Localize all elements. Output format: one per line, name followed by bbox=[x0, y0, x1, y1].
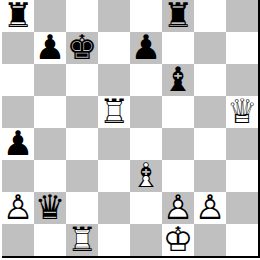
square-h2[interactable] bbox=[226, 192, 258, 224]
square-f1[interactable]: ♚♔ bbox=[162, 224, 194, 256]
white-pawn-g2: ♟♙ bbox=[194, 192, 226, 224]
chess-diagram: ♜♜♟♚♟♝♜♖♛♕♟♝♗♟♙♛♟♙♟♙♜♖♚♔ bbox=[0, 0, 260, 260]
black-pawn-a4: ♟ bbox=[2, 128, 34, 160]
white-queen-h5: ♛♕ bbox=[226, 96, 258, 128]
square-c4[interactable] bbox=[66, 128, 98, 160]
square-d8[interactable] bbox=[98, 0, 130, 32]
square-b1[interactable] bbox=[34, 224, 66, 256]
square-a1[interactable] bbox=[2, 224, 34, 256]
square-e3[interactable]: ♝♗ bbox=[130, 160, 162, 192]
square-h4[interactable] bbox=[226, 128, 258, 160]
square-c6[interactable] bbox=[66, 64, 98, 96]
white-king-glyph: ♔ bbox=[162, 223, 194, 255]
square-g4[interactable] bbox=[194, 128, 226, 160]
square-h8[interactable] bbox=[226, 0, 258, 32]
black-pawn-glyph: ♟ bbox=[130, 31, 162, 63]
black-pawn-e7: ♟ bbox=[130, 32, 162, 64]
black-bishop-f6: ♝ bbox=[162, 64, 194, 96]
black-pawn-b7: ♟ bbox=[34, 32, 66, 64]
square-g6[interactable] bbox=[194, 64, 226, 96]
square-c5[interactable] bbox=[66, 96, 98, 128]
white-rook-glyph: ♖ bbox=[98, 95, 130, 127]
square-f8[interactable]: ♜ bbox=[162, 0, 194, 32]
square-f5[interactable] bbox=[162, 96, 194, 128]
square-g1[interactable] bbox=[194, 224, 226, 256]
black-rook-glyph: ♜ bbox=[162, 0, 194, 31]
square-h7[interactable] bbox=[226, 32, 258, 64]
square-b2[interactable]: ♛ bbox=[34, 192, 66, 224]
square-d4[interactable] bbox=[98, 128, 130, 160]
square-e1[interactable] bbox=[130, 224, 162, 256]
square-d2[interactable] bbox=[98, 192, 130, 224]
black-queen-b2: ♛ bbox=[34, 192, 66, 224]
square-h1[interactable] bbox=[226, 224, 258, 256]
square-e5[interactable] bbox=[130, 96, 162, 128]
black-bishop-glyph: ♝ bbox=[162, 63, 194, 95]
black-rook-a8: ♜ bbox=[2, 0, 34, 32]
black-pawn-glyph: ♟ bbox=[34, 31, 66, 63]
white-pawn-glyph: ♙ bbox=[194, 191, 226, 223]
white-rook-d5: ♜♖ bbox=[98, 96, 130, 128]
square-e7[interactable]: ♟ bbox=[130, 32, 162, 64]
square-h5[interactable]: ♛♕ bbox=[226, 96, 258, 128]
white-queen-glyph: ♕ bbox=[226, 95, 258, 127]
chess-board: ♜♜♟♚♟♝♜♖♛♕♟♝♗♟♙♛♟♙♟♙♜♖♚♔ bbox=[2, 0, 260, 258]
square-f4[interactable] bbox=[162, 128, 194, 160]
square-g5[interactable] bbox=[194, 96, 226, 128]
square-e2[interactable] bbox=[130, 192, 162, 224]
square-b5[interactable] bbox=[34, 96, 66, 128]
square-c1[interactable]: ♜♖ bbox=[66, 224, 98, 256]
white-pawn-a2: ♟♙ bbox=[2, 192, 34, 224]
white-king-f1: ♚♔ bbox=[162, 224, 194, 256]
square-d3[interactable] bbox=[98, 160, 130, 192]
square-d7[interactable] bbox=[98, 32, 130, 64]
black-rook-f8: ♜ bbox=[162, 0, 194, 32]
square-b4[interactable] bbox=[34, 128, 66, 160]
square-a8[interactable]: ♜ bbox=[2, 0, 34, 32]
square-d5[interactable]: ♜♖ bbox=[98, 96, 130, 128]
square-g7[interactable] bbox=[194, 32, 226, 64]
square-d1[interactable] bbox=[98, 224, 130, 256]
square-f6[interactable]: ♝ bbox=[162, 64, 194, 96]
square-a4[interactable]: ♟ bbox=[2, 128, 34, 160]
white-pawn-glyph: ♙ bbox=[2, 191, 34, 223]
square-a7[interactable] bbox=[2, 32, 34, 64]
square-b6[interactable] bbox=[34, 64, 66, 96]
square-b7[interactable]: ♟ bbox=[34, 32, 66, 64]
black-rook-glyph: ♜ bbox=[2, 0, 34, 31]
square-e6[interactable] bbox=[130, 64, 162, 96]
black-queen-glyph: ♛ bbox=[34, 191, 66, 223]
square-h3[interactable] bbox=[226, 160, 258, 192]
square-g8[interactable] bbox=[194, 0, 226, 32]
white-bishop-e3: ♝♗ bbox=[130, 160, 162, 192]
white-bishop-glyph: ♗ bbox=[130, 159, 162, 191]
white-rook-c1: ♜♖ bbox=[66, 224, 98, 256]
square-c7[interactable]: ♚ bbox=[66, 32, 98, 64]
black-king-glyph: ♚ bbox=[66, 31, 98, 63]
white-rook-glyph: ♖ bbox=[66, 223, 98, 255]
black-pawn-glyph: ♟ bbox=[2, 127, 34, 159]
square-a2[interactable]: ♟♙ bbox=[2, 192, 34, 224]
square-c3[interactable] bbox=[66, 160, 98, 192]
square-g2[interactable]: ♟♙ bbox=[194, 192, 226, 224]
black-king-c7: ♚ bbox=[66, 32, 98, 64]
square-a6[interactable] bbox=[2, 64, 34, 96]
